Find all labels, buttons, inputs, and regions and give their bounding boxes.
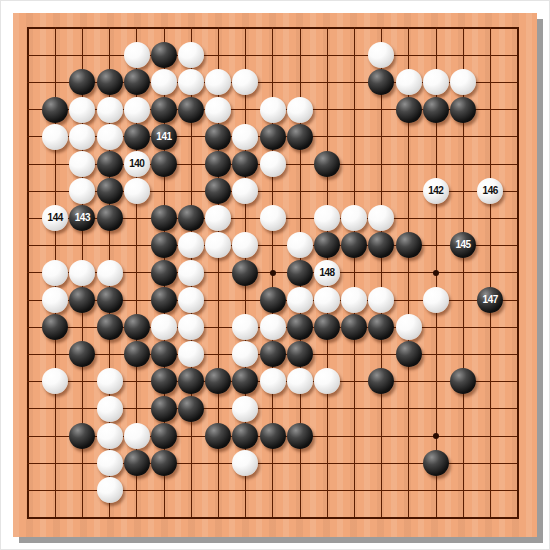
intersection[interactable]	[178, 96, 205, 123]
intersection[interactable]	[14, 69, 41, 96]
intersection[interactable]	[286, 395, 313, 422]
intersection[interactable]	[150, 313, 177, 340]
intersection[interactable]	[150, 205, 177, 232]
intersection[interactable]	[123, 178, 150, 205]
intersection[interactable]	[395, 69, 422, 96]
intersection[interactable]	[422, 286, 449, 313]
intersection[interactable]	[341, 368, 368, 395]
intersection[interactable]	[286, 123, 313, 150]
intersection[interactable]	[69, 368, 96, 395]
intersection[interactable]	[205, 14, 232, 41]
intersection[interactable]	[150, 259, 177, 286]
intersection[interactable]	[69, 395, 96, 422]
intersection[interactable]	[313, 341, 340, 368]
intersection[interactable]	[286, 178, 313, 205]
intersection[interactable]	[422, 368, 449, 395]
intersection[interactable]	[368, 286, 395, 313]
intersection[interactable]	[341, 14, 368, 41]
intersection[interactable]	[395, 178, 422, 205]
intersection[interactable]	[150, 96, 177, 123]
intersection[interactable]	[422, 150, 449, 177]
intersection[interactable]	[341, 123, 368, 150]
intersection[interactable]: 141	[150, 123, 177, 150]
intersection[interactable]	[232, 232, 259, 259]
intersection[interactable]	[96, 341, 123, 368]
intersection[interactable]	[178, 368, 205, 395]
intersection[interactable]	[504, 205, 531, 232]
intersection[interactable]	[69, 178, 96, 205]
intersection[interactable]	[232, 96, 259, 123]
intersection[interactable]	[504, 42, 531, 69]
intersection[interactable]	[178, 341, 205, 368]
intersection[interactable]	[205, 395, 232, 422]
intersection[interactable]	[368, 14, 395, 41]
intersection[interactable]	[123, 422, 150, 449]
intersection[interactable]	[205, 504, 232, 531]
intersection[interactable]	[422, 341, 449, 368]
intersection[interactable]	[368, 42, 395, 69]
intersection[interactable]	[368, 313, 395, 340]
intersection[interactable]: 144	[42, 205, 69, 232]
intersection[interactable]	[449, 150, 476, 177]
intersection[interactable]	[477, 14, 504, 41]
intersection[interactable]	[422, 69, 449, 96]
intersection[interactable]	[259, 286, 286, 313]
intersection[interactable]	[123, 286, 150, 313]
intersection[interactable]	[205, 449, 232, 476]
intersection[interactable]	[42, 259, 69, 286]
intersection[interactable]	[422, 449, 449, 476]
intersection[interactable]	[477, 232, 504, 259]
intersection[interactable]	[178, 313, 205, 340]
intersection[interactable]	[150, 286, 177, 313]
intersection[interactable]	[286, 313, 313, 340]
intersection[interactable]	[232, 477, 259, 504]
intersection[interactable]	[313, 232, 340, 259]
intersection[interactable]	[286, 150, 313, 177]
intersection[interactable]	[286, 69, 313, 96]
intersection[interactable]	[205, 313, 232, 340]
intersection[interactable]	[123, 232, 150, 259]
intersection[interactable]	[449, 14, 476, 41]
intersection[interactable]	[504, 341, 531, 368]
intersection[interactable]	[313, 69, 340, 96]
intersection[interactable]	[150, 42, 177, 69]
intersection[interactable]	[313, 96, 340, 123]
intersection[interactable]	[14, 232, 41, 259]
intersection[interactable]	[368, 123, 395, 150]
intersection[interactable]	[69, 449, 96, 476]
intersection[interactable]	[150, 232, 177, 259]
intersection[interactable]	[96, 477, 123, 504]
intersection[interactable]	[341, 313, 368, 340]
intersection[interactable]	[69, 286, 96, 313]
intersection[interactable]	[259, 96, 286, 123]
intersection[interactable]	[422, 477, 449, 504]
intersection[interactable]	[259, 477, 286, 504]
intersection[interactable]	[449, 96, 476, 123]
intersection[interactable]	[313, 313, 340, 340]
intersection[interactable]	[96, 150, 123, 177]
intersection[interactable]	[449, 286, 476, 313]
intersection[interactable]	[422, 504, 449, 531]
intersection[interactable]: 140	[123, 150, 150, 177]
intersection[interactable]	[259, 395, 286, 422]
intersection[interactable]	[368, 395, 395, 422]
intersection[interactable]	[477, 341, 504, 368]
intersection[interactable]	[395, 504, 422, 531]
intersection[interactable]	[123, 96, 150, 123]
intersection[interactable]	[96, 123, 123, 150]
intersection[interactable]	[123, 69, 150, 96]
intersection[interactable]	[368, 422, 395, 449]
intersection[interactable]	[150, 368, 177, 395]
intersection[interactable]	[313, 422, 340, 449]
intersection[interactable]	[504, 96, 531, 123]
intersection[interactable]	[123, 504, 150, 531]
intersection[interactable]	[395, 259, 422, 286]
intersection[interactable]	[232, 422, 259, 449]
intersection[interactable]	[286, 42, 313, 69]
intersection[interactable]	[42, 14, 69, 41]
intersection[interactable]	[449, 368, 476, 395]
intersection[interactable]	[42, 69, 69, 96]
intersection[interactable]	[205, 42, 232, 69]
intersection[interactable]	[504, 286, 531, 313]
intersection[interactable]	[259, 341, 286, 368]
intersection[interactable]	[42, 395, 69, 422]
intersection[interactable]	[477, 123, 504, 150]
intersection[interactable]	[178, 395, 205, 422]
intersection[interactable]	[422, 14, 449, 41]
intersection[interactable]	[150, 477, 177, 504]
intersection[interactable]	[259, 449, 286, 476]
intersection[interactable]	[42, 449, 69, 476]
intersection[interactable]	[395, 14, 422, 41]
intersection[interactable]	[395, 477, 422, 504]
intersection[interactable]	[449, 259, 476, 286]
intersection[interactable]	[178, 449, 205, 476]
intersection[interactable]	[368, 232, 395, 259]
intersection[interactable]	[504, 313, 531, 340]
intersection[interactable]	[178, 123, 205, 150]
intersection[interactable]	[368, 368, 395, 395]
intersection[interactable]	[504, 504, 531, 531]
intersection[interactable]	[368, 477, 395, 504]
intersection[interactable]	[123, 259, 150, 286]
intersection[interactable]	[313, 477, 340, 504]
intersection[interactable]	[286, 449, 313, 476]
intersection[interactable]	[504, 395, 531, 422]
intersection[interactable]	[368, 341, 395, 368]
intersection[interactable]	[259, 422, 286, 449]
intersection[interactable]	[123, 14, 150, 41]
intersection[interactable]	[449, 42, 476, 69]
intersection[interactable]	[69, 42, 96, 69]
intersection[interactable]	[449, 69, 476, 96]
intersection[interactable]	[205, 123, 232, 150]
intersection[interactable]	[14, 368, 41, 395]
intersection[interactable]	[205, 259, 232, 286]
intersection[interactable]	[69, 477, 96, 504]
intersection[interactable]	[96, 69, 123, 96]
intersection[interactable]	[178, 504, 205, 531]
intersection[interactable]	[313, 123, 340, 150]
intersection[interactable]	[69, 504, 96, 531]
intersection[interactable]	[42, 150, 69, 177]
intersection[interactable]	[341, 395, 368, 422]
intersection[interactable]	[178, 69, 205, 96]
intersection[interactable]	[395, 123, 422, 150]
intersection[interactable]	[477, 96, 504, 123]
intersection[interactable]	[504, 259, 531, 286]
intersection[interactable]	[286, 422, 313, 449]
intersection[interactable]	[259, 313, 286, 340]
intersection[interactable]	[395, 449, 422, 476]
intersection[interactable]	[395, 42, 422, 69]
intersection[interactable]	[368, 150, 395, 177]
intersection[interactable]	[286, 504, 313, 531]
intersection[interactable]	[232, 449, 259, 476]
intersection[interactable]	[477, 42, 504, 69]
intersection[interactable]	[96, 232, 123, 259]
intersection[interactable]	[232, 395, 259, 422]
intersection[interactable]	[150, 178, 177, 205]
intersection[interactable]	[205, 69, 232, 96]
intersection[interactable]	[232, 259, 259, 286]
intersection[interactable]	[313, 286, 340, 313]
intersection[interactable]	[341, 178, 368, 205]
intersection[interactable]	[477, 205, 504, 232]
intersection[interactable]	[14, 42, 41, 69]
intersection[interactable]	[477, 259, 504, 286]
intersection[interactable]	[69, 422, 96, 449]
intersection[interactable]	[313, 205, 340, 232]
intersection[interactable]	[150, 69, 177, 96]
intersection[interactable]	[395, 313, 422, 340]
intersection[interactable]	[449, 504, 476, 531]
intersection[interactable]	[259, 42, 286, 69]
intersection[interactable]	[232, 69, 259, 96]
intersection[interactable]	[96, 449, 123, 476]
intersection[interactable]	[259, 504, 286, 531]
intersection[interactable]	[14, 286, 41, 313]
intersection[interactable]	[341, 504, 368, 531]
intersection[interactable]	[286, 232, 313, 259]
intersection[interactable]	[96, 286, 123, 313]
intersection[interactable]	[395, 150, 422, 177]
intersection[interactable]	[123, 449, 150, 476]
intersection[interactable]	[232, 341, 259, 368]
intersection[interactable]	[232, 178, 259, 205]
intersection[interactable]	[96, 313, 123, 340]
intersection[interactable]	[341, 259, 368, 286]
intersection[interactable]	[232, 313, 259, 340]
intersection[interactable]	[259, 14, 286, 41]
intersection[interactable]	[14, 341, 41, 368]
intersection[interactable]	[96, 259, 123, 286]
intersection[interactable]	[341, 232, 368, 259]
intersection[interactable]	[477, 69, 504, 96]
intersection[interactable]	[14, 422, 41, 449]
intersection[interactable]: 146	[477, 178, 504, 205]
intersection[interactable]	[259, 150, 286, 177]
intersection[interactable]	[14, 14, 41, 41]
intersection[interactable]	[123, 313, 150, 340]
intersection[interactable]	[232, 286, 259, 313]
intersection[interactable]	[232, 504, 259, 531]
intersection[interactable]	[449, 313, 476, 340]
intersection[interactable]	[150, 14, 177, 41]
intersection[interactable]	[232, 14, 259, 41]
intersection[interactable]	[286, 259, 313, 286]
intersection[interactable]	[259, 123, 286, 150]
intersection[interactable]	[504, 14, 531, 41]
intersection[interactable]	[123, 477, 150, 504]
intersection[interactable]	[150, 395, 177, 422]
intersection[interactable]	[205, 178, 232, 205]
intersection[interactable]	[42, 286, 69, 313]
intersection[interactable]	[42, 368, 69, 395]
intersection[interactable]	[504, 477, 531, 504]
intersection[interactable]	[395, 205, 422, 232]
intersection[interactable]	[123, 368, 150, 395]
intersection[interactable]	[232, 368, 259, 395]
intersection[interactable]	[69, 259, 96, 286]
intersection[interactable]	[422, 205, 449, 232]
intersection[interactable]	[422, 422, 449, 449]
intersection[interactable]	[341, 477, 368, 504]
intersection[interactable]	[69, 341, 96, 368]
intersection[interactable]	[259, 232, 286, 259]
intersection[interactable]	[123, 42, 150, 69]
intersection[interactable]	[123, 341, 150, 368]
intersection[interactable]	[14, 504, 41, 531]
intersection[interactable]	[477, 422, 504, 449]
intersection[interactable]	[205, 232, 232, 259]
intersection[interactable]	[42, 477, 69, 504]
intersection[interactable]	[42, 42, 69, 69]
intersection[interactable]	[313, 368, 340, 395]
intersection[interactable]	[123, 395, 150, 422]
intersection[interactable]	[14, 477, 41, 504]
intersection[interactable]	[477, 504, 504, 531]
intersection[interactable]	[422, 313, 449, 340]
intersection[interactable]	[368, 69, 395, 96]
intersection[interactable]	[14, 313, 41, 340]
intersection[interactable]	[313, 504, 340, 531]
intersection[interactable]	[286, 477, 313, 504]
intersection[interactable]	[42, 178, 69, 205]
intersection[interactable]	[341, 96, 368, 123]
intersection[interactable]	[259, 205, 286, 232]
intersection[interactable]	[96, 422, 123, 449]
intersection[interactable]	[178, 14, 205, 41]
intersection[interactable]	[341, 42, 368, 69]
intersection[interactable]	[123, 123, 150, 150]
intersection[interactable]	[69, 150, 96, 177]
intersection[interactable]	[259, 178, 286, 205]
intersection[interactable]	[14, 178, 41, 205]
intersection[interactable]	[449, 341, 476, 368]
intersection[interactable]	[395, 422, 422, 449]
intersection[interactable]	[96, 96, 123, 123]
intersection[interactable]	[14, 395, 41, 422]
intersection[interactable]: 145	[449, 232, 476, 259]
intersection[interactable]	[178, 150, 205, 177]
intersection[interactable]	[449, 422, 476, 449]
intersection[interactable]	[368, 449, 395, 476]
intersection[interactable]	[368, 205, 395, 232]
intersection[interactable]	[178, 477, 205, 504]
intersection[interactable]	[395, 395, 422, 422]
intersection[interactable]	[96, 395, 123, 422]
intersection[interactable]	[341, 341, 368, 368]
intersection[interactable]	[477, 313, 504, 340]
intersection[interactable]	[205, 96, 232, 123]
intersection[interactable]	[286, 14, 313, 41]
intersection[interactable]	[69, 14, 96, 41]
intersection[interactable]	[313, 150, 340, 177]
intersection[interactable]	[178, 232, 205, 259]
intersection[interactable]	[123, 205, 150, 232]
intersection[interactable]	[368, 259, 395, 286]
intersection[interactable]	[422, 123, 449, 150]
intersection[interactable]	[42, 96, 69, 123]
intersection[interactable]: 148	[313, 259, 340, 286]
intersection[interactable]	[96, 504, 123, 531]
intersection[interactable]	[42, 422, 69, 449]
intersection[interactable]	[69, 232, 96, 259]
intersection[interactable]	[178, 42, 205, 69]
intersection[interactable]	[477, 477, 504, 504]
intersection[interactable]	[14, 96, 41, 123]
intersection[interactable]	[205, 477, 232, 504]
intersection[interactable]	[96, 14, 123, 41]
intersection[interactable]	[205, 205, 232, 232]
intersection[interactable]	[504, 449, 531, 476]
intersection[interactable]	[449, 178, 476, 205]
intersection[interactable]	[96, 205, 123, 232]
intersection[interactable]	[69, 96, 96, 123]
intersection[interactable]	[395, 96, 422, 123]
intersection[interactable]	[286, 205, 313, 232]
intersection[interactable]	[341, 422, 368, 449]
intersection[interactable]	[232, 150, 259, 177]
intersection[interactable]	[69, 69, 96, 96]
intersection[interactable]	[341, 449, 368, 476]
intersection[interactable]	[96, 178, 123, 205]
intersection[interactable]	[286, 96, 313, 123]
intersection[interactable]	[313, 14, 340, 41]
intersection[interactable]	[449, 395, 476, 422]
intersection[interactable]	[259, 259, 286, 286]
intersection[interactable]	[259, 368, 286, 395]
intersection[interactable]	[313, 42, 340, 69]
intersection[interactable]	[178, 259, 205, 286]
intersection[interactable]	[178, 422, 205, 449]
intersection[interactable]	[42, 341, 69, 368]
intersection[interactable]	[232, 205, 259, 232]
intersection[interactable]	[205, 150, 232, 177]
intersection[interactable]	[477, 449, 504, 476]
intersection[interactable]	[150, 150, 177, 177]
intersection[interactable]	[504, 69, 531, 96]
intersection[interactable]	[313, 178, 340, 205]
intersection[interactable]	[14, 205, 41, 232]
intersection[interactable]	[205, 422, 232, 449]
intersection[interactable]	[504, 422, 531, 449]
